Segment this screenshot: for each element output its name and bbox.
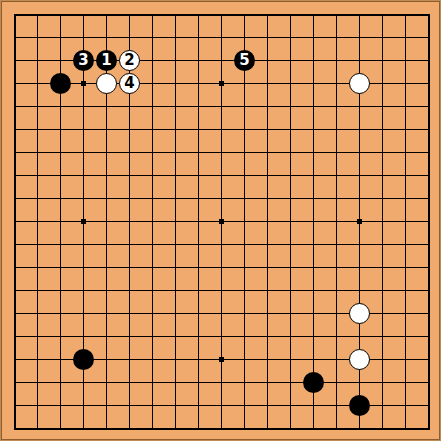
intersection xyxy=(187,325,210,348)
intersection xyxy=(210,164,233,187)
intersection xyxy=(164,394,187,417)
intersection xyxy=(187,164,210,187)
white-stone xyxy=(349,349,370,370)
intersection xyxy=(210,325,233,348)
intersection xyxy=(187,210,210,233)
intersection xyxy=(164,371,187,394)
intersection xyxy=(141,187,164,210)
intersection xyxy=(233,371,256,394)
intersection xyxy=(164,3,187,26)
intersection xyxy=(394,348,417,371)
intersection xyxy=(118,164,141,187)
intersection xyxy=(233,187,256,210)
intersection xyxy=(72,371,95,394)
intersection xyxy=(210,49,233,72)
intersection xyxy=(302,394,325,417)
intersection xyxy=(210,256,233,279)
intersection xyxy=(26,417,49,440)
intersection xyxy=(95,164,118,187)
move-number: 1 xyxy=(101,53,111,68)
white-stone-move-4: 4 xyxy=(119,73,140,94)
intersection xyxy=(118,371,141,394)
intersection xyxy=(417,187,440,210)
intersection xyxy=(141,141,164,164)
intersection xyxy=(348,49,371,72)
intersection xyxy=(256,417,279,440)
intersection xyxy=(49,187,72,210)
intersection xyxy=(26,141,49,164)
intersection xyxy=(371,371,394,394)
intersection xyxy=(256,279,279,302)
intersection xyxy=(233,72,256,95)
intersection xyxy=(3,348,26,371)
intersection xyxy=(210,302,233,325)
intersection xyxy=(95,26,118,49)
intersection xyxy=(302,3,325,26)
intersection xyxy=(49,233,72,256)
intersection xyxy=(417,141,440,164)
intersection xyxy=(233,233,256,256)
intersection xyxy=(187,141,210,164)
intersection xyxy=(72,118,95,141)
intersection xyxy=(49,302,72,325)
black-stone xyxy=(73,349,94,370)
intersection xyxy=(348,394,371,417)
intersection xyxy=(256,26,279,49)
intersection xyxy=(394,141,417,164)
move-number: 2 xyxy=(124,53,134,68)
star-point xyxy=(219,81,224,86)
intersection xyxy=(371,325,394,348)
intersection xyxy=(256,302,279,325)
intersection xyxy=(348,233,371,256)
intersection xyxy=(279,394,302,417)
intersection xyxy=(256,164,279,187)
intersection xyxy=(26,95,49,118)
intersection xyxy=(233,394,256,417)
white-stone xyxy=(349,303,370,324)
intersection xyxy=(256,141,279,164)
intersection xyxy=(279,302,302,325)
intersection xyxy=(95,394,118,417)
star-point xyxy=(219,219,224,224)
intersection xyxy=(394,417,417,440)
move-number: 4 xyxy=(124,76,134,91)
intersection xyxy=(256,118,279,141)
intersection xyxy=(141,3,164,26)
goban-surface: 31254 xyxy=(3,3,438,438)
intersection xyxy=(394,49,417,72)
intersection xyxy=(49,118,72,141)
intersection xyxy=(187,417,210,440)
intersection xyxy=(394,72,417,95)
intersection xyxy=(26,210,49,233)
intersection xyxy=(164,302,187,325)
intersection xyxy=(325,26,348,49)
intersection xyxy=(417,72,440,95)
intersection xyxy=(371,394,394,417)
intersection xyxy=(141,164,164,187)
intersection xyxy=(26,3,49,26)
intersection xyxy=(26,118,49,141)
black-stone xyxy=(303,372,324,393)
intersection xyxy=(256,348,279,371)
intersection xyxy=(417,210,440,233)
intersection xyxy=(371,141,394,164)
intersection xyxy=(279,72,302,95)
intersection xyxy=(325,348,348,371)
intersection xyxy=(72,141,95,164)
intersection xyxy=(164,95,187,118)
intersection xyxy=(371,95,394,118)
intersection xyxy=(279,26,302,49)
intersection xyxy=(141,72,164,95)
black-stone-move-1: 1 xyxy=(96,50,117,71)
intersection xyxy=(164,26,187,49)
intersection xyxy=(325,118,348,141)
intersection xyxy=(187,233,210,256)
intersection: 1 xyxy=(95,49,118,72)
intersection xyxy=(394,3,417,26)
intersection xyxy=(279,49,302,72)
intersection xyxy=(302,49,325,72)
intersection xyxy=(348,348,371,371)
intersection xyxy=(118,279,141,302)
intersection xyxy=(95,118,118,141)
intersection xyxy=(3,95,26,118)
intersection xyxy=(279,371,302,394)
intersection xyxy=(302,233,325,256)
intersection xyxy=(279,210,302,233)
intersection xyxy=(72,26,95,49)
intersection xyxy=(141,325,164,348)
intersection xyxy=(187,279,210,302)
intersection xyxy=(3,164,26,187)
black-stone xyxy=(349,395,370,416)
intersection xyxy=(118,417,141,440)
intersection: 5 xyxy=(233,49,256,72)
intersection xyxy=(164,210,187,233)
intersection xyxy=(187,371,210,394)
intersection xyxy=(26,394,49,417)
intersection xyxy=(233,256,256,279)
intersection xyxy=(325,233,348,256)
intersection xyxy=(233,279,256,302)
intersection xyxy=(394,118,417,141)
intersection xyxy=(394,256,417,279)
intersection xyxy=(72,233,95,256)
intersection xyxy=(371,164,394,187)
intersection xyxy=(118,3,141,26)
intersection xyxy=(118,118,141,141)
intersection xyxy=(302,371,325,394)
intersection xyxy=(95,187,118,210)
intersection xyxy=(26,72,49,95)
intersection xyxy=(302,256,325,279)
intersection xyxy=(141,279,164,302)
intersection xyxy=(3,3,26,26)
intersection xyxy=(26,302,49,325)
intersection xyxy=(72,302,95,325)
intersection xyxy=(210,95,233,118)
intersection xyxy=(394,210,417,233)
intersection xyxy=(187,256,210,279)
intersection xyxy=(279,279,302,302)
intersection xyxy=(371,256,394,279)
intersection xyxy=(141,233,164,256)
intersection xyxy=(302,95,325,118)
intersection xyxy=(72,164,95,187)
star-point xyxy=(81,219,86,224)
intersection xyxy=(279,141,302,164)
intersection: 4 xyxy=(118,72,141,95)
intersection xyxy=(164,72,187,95)
intersection xyxy=(233,118,256,141)
black-stone-move-5: 5 xyxy=(234,50,255,71)
intersection xyxy=(279,233,302,256)
intersection xyxy=(348,72,371,95)
intersection xyxy=(325,49,348,72)
intersection xyxy=(371,210,394,233)
intersection xyxy=(348,325,371,348)
intersection xyxy=(417,118,440,141)
intersection xyxy=(49,325,72,348)
intersection xyxy=(72,417,95,440)
intersection xyxy=(279,3,302,26)
intersection xyxy=(325,279,348,302)
intersection xyxy=(187,3,210,26)
intersection xyxy=(417,95,440,118)
intersection xyxy=(302,348,325,371)
intersection xyxy=(49,3,72,26)
intersection xyxy=(348,95,371,118)
intersection xyxy=(3,26,26,49)
intersection xyxy=(256,95,279,118)
intersection xyxy=(187,394,210,417)
intersection xyxy=(279,325,302,348)
intersection: 2 xyxy=(118,49,141,72)
intersection xyxy=(141,256,164,279)
intersection xyxy=(49,371,72,394)
intersection xyxy=(417,279,440,302)
intersection xyxy=(95,95,118,118)
intersection xyxy=(118,256,141,279)
intersection xyxy=(164,187,187,210)
intersection xyxy=(371,302,394,325)
intersection xyxy=(233,210,256,233)
intersection xyxy=(417,394,440,417)
intersection xyxy=(279,417,302,440)
intersection xyxy=(118,187,141,210)
intersection xyxy=(256,394,279,417)
intersection xyxy=(302,187,325,210)
intersection xyxy=(417,233,440,256)
intersection xyxy=(95,256,118,279)
intersection xyxy=(325,371,348,394)
intersection xyxy=(187,26,210,49)
intersection xyxy=(302,72,325,95)
intersection xyxy=(210,394,233,417)
intersection xyxy=(164,49,187,72)
intersection xyxy=(26,233,49,256)
intersection xyxy=(279,187,302,210)
white-stone xyxy=(349,73,370,94)
intersection xyxy=(26,325,49,348)
intersection xyxy=(210,371,233,394)
intersection xyxy=(417,348,440,371)
intersection xyxy=(394,95,417,118)
intersection xyxy=(279,348,302,371)
intersection xyxy=(394,26,417,49)
intersection xyxy=(72,3,95,26)
intersection xyxy=(95,3,118,26)
intersection xyxy=(256,187,279,210)
intersection xyxy=(3,417,26,440)
intersection xyxy=(371,417,394,440)
intersection xyxy=(371,118,394,141)
intersection xyxy=(26,164,49,187)
intersection xyxy=(279,164,302,187)
intersection xyxy=(348,279,371,302)
intersection xyxy=(164,233,187,256)
intersection xyxy=(118,26,141,49)
white-stone-move-2: 2 xyxy=(119,50,140,71)
intersection xyxy=(72,95,95,118)
intersection xyxy=(49,141,72,164)
intersection xyxy=(302,279,325,302)
intersection xyxy=(348,371,371,394)
intersection xyxy=(233,348,256,371)
intersection xyxy=(371,49,394,72)
intersection xyxy=(325,95,348,118)
star-point xyxy=(81,81,86,86)
intersection xyxy=(118,210,141,233)
intersection xyxy=(49,394,72,417)
star-point xyxy=(357,219,362,224)
intersection xyxy=(3,302,26,325)
intersection xyxy=(3,210,26,233)
intersection xyxy=(302,325,325,348)
intersection xyxy=(417,3,440,26)
intersection xyxy=(302,26,325,49)
intersection xyxy=(3,394,26,417)
intersection xyxy=(394,371,417,394)
intersection xyxy=(3,371,26,394)
intersection xyxy=(3,279,26,302)
intersection xyxy=(348,417,371,440)
intersection xyxy=(325,187,348,210)
intersection xyxy=(95,302,118,325)
intersection xyxy=(118,302,141,325)
intersection xyxy=(256,3,279,26)
intersection xyxy=(371,233,394,256)
intersection xyxy=(394,302,417,325)
intersection xyxy=(210,279,233,302)
intersection xyxy=(95,279,118,302)
intersection xyxy=(164,256,187,279)
intersection xyxy=(325,256,348,279)
intersection xyxy=(49,279,72,302)
intersection xyxy=(279,95,302,118)
intersection xyxy=(72,348,95,371)
intersection xyxy=(164,279,187,302)
white-stone xyxy=(96,73,117,94)
intersection xyxy=(3,187,26,210)
intersection xyxy=(348,118,371,141)
intersection xyxy=(141,394,164,417)
intersection xyxy=(95,325,118,348)
intersection xyxy=(256,233,279,256)
intersection xyxy=(26,187,49,210)
intersection xyxy=(417,325,440,348)
intersection xyxy=(118,325,141,348)
intersection xyxy=(72,279,95,302)
intersection xyxy=(3,325,26,348)
intersection xyxy=(417,417,440,440)
intersection xyxy=(325,302,348,325)
intersection xyxy=(256,256,279,279)
intersection xyxy=(394,325,417,348)
intersection xyxy=(302,141,325,164)
intersection xyxy=(164,118,187,141)
intersection xyxy=(3,256,26,279)
intersection xyxy=(279,118,302,141)
intersection xyxy=(164,141,187,164)
intersection xyxy=(26,256,49,279)
intersection xyxy=(95,348,118,371)
intersection xyxy=(72,394,95,417)
intersection xyxy=(233,3,256,26)
intersection xyxy=(417,49,440,72)
intersection xyxy=(164,164,187,187)
intersection xyxy=(348,187,371,210)
intersection xyxy=(26,26,49,49)
goban: 31254 xyxy=(0,0,441,441)
intersection xyxy=(302,210,325,233)
move-number: 5 xyxy=(239,53,249,68)
intersection xyxy=(348,256,371,279)
intersection xyxy=(348,3,371,26)
intersection xyxy=(325,394,348,417)
intersection xyxy=(256,72,279,95)
intersection xyxy=(233,302,256,325)
intersection xyxy=(325,325,348,348)
intersection xyxy=(141,95,164,118)
intersection xyxy=(164,417,187,440)
intersection xyxy=(371,3,394,26)
intersection xyxy=(141,371,164,394)
intersection xyxy=(72,256,95,279)
intersection xyxy=(325,164,348,187)
intersection xyxy=(233,325,256,348)
intersection xyxy=(187,72,210,95)
intersection xyxy=(26,279,49,302)
intersection xyxy=(49,49,72,72)
intersection xyxy=(256,49,279,72)
intersection xyxy=(233,95,256,118)
intersection xyxy=(233,417,256,440)
intersection xyxy=(49,26,72,49)
intersection xyxy=(417,26,440,49)
intersection xyxy=(325,141,348,164)
intersection xyxy=(3,72,26,95)
intersection xyxy=(72,187,95,210)
intersection xyxy=(302,302,325,325)
intersection xyxy=(95,72,118,95)
intersection xyxy=(417,164,440,187)
intersection xyxy=(187,49,210,72)
intersection xyxy=(187,118,210,141)
